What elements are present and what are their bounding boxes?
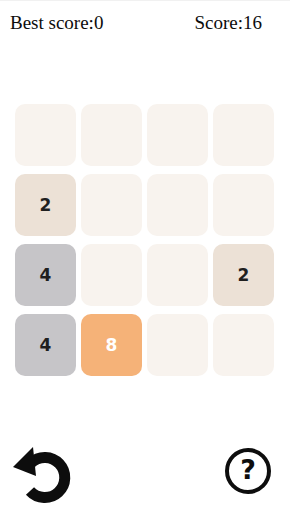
tile-r2c1: 2 (15, 174, 76, 236)
help-button[interactable]: ? (225, 448, 271, 494)
score-label: Score:16 (194, 12, 262, 34)
tile-r2c4 (213, 174, 274, 236)
header: Best score:0 Score:16 (0, 12, 290, 38)
undo-button[interactable] (12, 445, 74, 507)
undo-arrow-icon (12, 445, 74, 507)
tile-r2c2 (81, 174, 142, 236)
tile-r4c3 (147, 314, 208, 376)
app-screen: { "game": "2048", "header": { "best_scor… (0, 0, 290, 512)
tile-r3c3 (147, 244, 208, 306)
tile-r4c4 (213, 314, 274, 376)
tile-r1c3 (147, 104, 208, 166)
tile-r3c1: 4 (15, 244, 76, 306)
best-score-label: Best score:0 (10, 12, 103, 34)
tile-r1c1 (15, 104, 76, 166)
tile-r4c2: 8 (81, 314, 142, 376)
question-mark-icon: ? (240, 456, 256, 483)
tile-r3c4: 2 (213, 244, 274, 306)
tile-r4c1: 4 (15, 314, 76, 376)
board[interactable]: 24248 (15, 104, 274, 376)
tile-r1c4 (213, 104, 274, 166)
tile-r3c2 (81, 244, 142, 306)
tile-r1c2 (81, 104, 142, 166)
tile-r2c3 (147, 174, 208, 236)
